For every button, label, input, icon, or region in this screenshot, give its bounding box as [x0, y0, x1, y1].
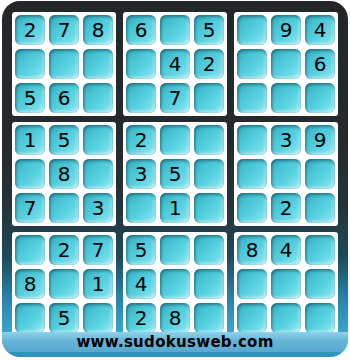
sudoku-cell[interactable]: [305, 83, 335, 113]
sudoku-cell[interactable]: 9: [271, 15, 301, 45]
sudoku-cell[interactable]: 2: [126, 303, 156, 333]
sudoku-cell[interactable]: [15, 159, 45, 189]
sudoku-cell[interactable]: [237, 303, 267, 333]
sudoku-cell[interactable]: 3: [271, 125, 301, 155]
site-footer: www.sudokusweb.com: [2, 332, 348, 352]
sudoku-cell[interactable]: 8: [237, 235, 267, 265]
sudoku-cell[interactable]: [194, 159, 224, 189]
sudoku-cell[interactable]: 5: [49, 125, 79, 155]
sudoku-cell[interactable]: [237, 125, 267, 155]
sudoku-box: 2351: [123, 122, 227, 226]
sudoku-cell[interactable]: [160, 235, 190, 265]
sudoku-cell[interactable]: 7: [160, 83, 190, 113]
sudoku-cell[interactable]: [83, 159, 113, 189]
sudoku-cell[interactable]: 2: [15, 15, 45, 45]
sudoku-cell[interactable]: 1: [15, 125, 45, 155]
sudoku-cell[interactable]: 1: [160, 193, 190, 223]
sudoku-cell[interactable]: [237, 159, 267, 189]
sudoku-cell[interactable]: [160, 269, 190, 299]
sudoku-cell[interactable]: [126, 193, 156, 223]
sudoku-board: 278566542794615873235139227815542884: [12, 12, 338, 336]
sudoku-cell[interactable]: [194, 235, 224, 265]
sudoku-cell[interactable]: 5: [49, 303, 79, 333]
sudoku-box: 65427: [123, 12, 227, 116]
sudoku-cell[interactable]: 4: [126, 269, 156, 299]
sudoku-cell[interactable]: 5: [194, 15, 224, 45]
sudoku-cell[interactable]: [126, 49, 156, 79]
sudoku-cell[interactable]: 8: [15, 269, 45, 299]
sudoku-cell[interactable]: 5: [15, 83, 45, 113]
sudoku-cell[interactable]: [194, 125, 224, 155]
sudoku-cell[interactable]: [271, 269, 301, 299]
sudoku-cell[interactable]: [194, 83, 224, 113]
sudoku-cell[interactable]: [49, 49, 79, 79]
sudoku-cell[interactable]: [305, 193, 335, 223]
sudoku-cell[interactable]: [271, 49, 301, 79]
sudoku-box: 5428: [123, 232, 227, 336]
sudoku-cell[interactable]: 1: [83, 269, 113, 299]
sudoku-cell[interactable]: 8: [83, 15, 113, 45]
sudoku-cell[interactable]: 6: [49, 83, 79, 113]
sudoku-cell[interactable]: 3: [83, 193, 113, 223]
site-url-link[interactable]: www.sudokusweb.com: [76, 333, 273, 351]
sudoku-cell[interactable]: [49, 193, 79, 223]
board-frame: 278566542794615873235139227815542884 www…: [2, 1, 348, 357]
sudoku-box: 392: [234, 122, 338, 226]
sudoku-cell[interactable]: [237, 15, 267, 45]
sudoku-cell[interactable]: 6: [305, 49, 335, 79]
sudoku-cell[interactable]: 2: [194, 49, 224, 79]
sudoku-cell[interactable]: 2: [126, 125, 156, 155]
sudoku-cell[interactable]: [305, 235, 335, 265]
sudoku-cell[interactable]: [194, 269, 224, 299]
sudoku-cell[interactable]: [194, 303, 224, 333]
sudoku-cell[interactable]: 4: [271, 235, 301, 265]
sudoku-cell[interactable]: 4: [160, 49, 190, 79]
sudoku-widget: 278566542794615873235139227815542884 www…: [0, 0, 350, 360]
sudoku-cell[interactable]: [237, 83, 267, 113]
sudoku-box: 946: [234, 12, 338, 116]
sudoku-cell[interactable]: [126, 83, 156, 113]
sudoku-cell[interactable]: [237, 49, 267, 79]
sudoku-cell[interactable]: [15, 49, 45, 79]
sudoku-cell[interactable]: [237, 193, 267, 223]
sudoku-cell[interactable]: 5: [126, 235, 156, 265]
sudoku-cell[interactable]: 7: [49, 15, 79, 45]
sudoku-cell[interactable]: [160, 125, 190, 155]
sudoku-cell[interactable]: 2: [49, 235, 79, 265]
sudoku-cell[interactable]: [49, 269, 79, 299]
sudoku-cell[interactable]: 4: [305, 15, 335, 45]
sudoku-cell[interactable]: [305, 303, 335, 333]
sudoku-cell[interactable]: [83, 303, 113, 333]
sudoku-cell[interactable]: [83, 83, 113, 113]
sudoku-cell[interactable]: [271, 303, 301, 333]
sudoku-cell[interactable]: [305, 269, 335, 299]
sudoku-cell[interactable]: [305, 159, 335, 189]
sudoku-cell[interactable]: [15, 303, 45, 333]
sudoku-cell[interactable]: [271, 83, 301, 113]
sudoku-cell[interactable]: 8: [49, 159, 79, 189]
sudoku-cell[interactable]: [237, 269, 267, 299]
sudoku-cell[interactable]: 7: [15, 193, 45, 223]
sudoku-cell[interactable]: [83, 125, 113, 155]
sudoku-cell[interactable]: [194, 193, 224, 223]
sudoku-box: 27815: [12, 232, 116, 336]
sudoku-cell[interactable]: [271, 159, 301, 189]
sudoku-cell[interactable]: [83, 49, 113, 79]
sudoku-cell[interactable]: 3: [126, 159, 156, 189]
sudoku-cell[interactable]: 9: [305, 125, 335, 155]
sudoku-cell[interactable]: 6: [126, 15, 156, 45]
sudoku-cell[interactable]: 5: [160, 159, 190, 189]
sudoku-cell[interactable]: 7: [83, 235, 113, 265]
sudoku-cell[interactable]: [160, 15, 190, 45]
sudoku-cell[interactable]: 2: [271, 193, 301, 223]
sudoku-box: 27856: [12, 12, 116, 116]
sudoku-cell[interactable]: 8: [160, 303, 190, 333]
sudoku-cell[interactable]: [15, 235, 45, 265]
sudoku-box: 15873: [12, 122, 116, 226]
sudoku-box: 84: [234, 232, 338, 336]
